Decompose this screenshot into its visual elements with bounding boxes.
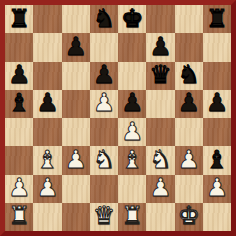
square-g4[interactable]: [175, 118, 203, 146]
square-f7[interactable]: ♟: [146, 33, 174, 61]
square-b2[interactable]: ♟: [33, 175, 61, 203]
square-g6[interactable]: ♞: [175, 62, 203, 90]
square-g5[interactable]: ♟: [175, 90, 203, 118]
square-f6[interactable]: ♛: [146, 62, 174, 90]
piece-white-pawn-c3[interactable]: ♟: [64, 147, 86, 172]
piece-white-pawn-e4[interactable]: ♟: [121, 119, 143, 144]
square-c4[interactable]: [62, 118, 90, 146]
chess-board: ♜♞♚♜♟♟♟♟♛♞♝♟♟♟♟♟♟♝♟♞♝♞♟♝♟♟♟♟♜♛♜♚: [5, 5, 231, 231]
square-h1[interactable]: [203, 203, 231, 231]
square-a4[interactable]: [5, 118, 33, 146]
square-e6[interactable]: [118, 62, 146, 90]
square-h5[interactable]: ♟: [203, 90, 231, 118]
piece-black-pawn-f7[interactable]: ♟: [149, 34, 171, 59]
piece-black-rook-h8[interactable]: ♜: [206, 6, 228, 31]
square-f8[interactable]: [146, 5, 174, 33]
piece-black-knight-d8[interactable]: ♞: [93, 6, 115, 31]
square-g1[interactable]: ♚: [175, 203, 203, 231]
board-frame: ♜♞♚♜♟♟♟♟♛♞♝♟♟♟♟♟♟♝♟♞♝♞♟♝♟♟♟♟♜♛♜♚: [0, 0, 236, 236]
piece-black-pawn-h5[interactable]: ♟: [206, 90, 228, 115]
square-d8[interactable]: ♞: [90, 5, 118, 33]
square-d1[interactable]: ♛: [90, 203, 118, 231]
piece-white-pawn-g3[interactable]: ♟: [177, 147, 199, 172]
piece-black-pawn-c7[interactable]: ♟: [64, 34, 86, 59]
square-c6[interactable]: [62, 62, 90, 90]
square-f5[interactable]: [146, 90, 174, 118]
square-a8[interactable]: ♜: [5, 5, 33, 33]
piece-black-pawn-e5[interactable]: ♟: [121, 90, 143, 115]
square-e1[interactable]: ♜: [118, 203, 146, 231]
square-d3[interactable]: ♞: [90, 146, 118, 174]
piece-white-pawn-a2[interactable]: ♟: [8, 175, 30, 200]
square-a3[interactable]: [5, 146, 33, 174]
piece-white-pawn-d5[interactable]: ♟: [93, 90, 115, 115]
square-c3[interactable]: ♟: [62, 146, 90, 174]
square-g2[interactable]: [175, 175, 203, 203]
square-d6[interactable]: ♟: [90, 62, 118, 90]
piece-black-knight-g6[interactable]: ♞: [177, 62, 199, 87]
square-f1[interactable]: [146, 203, 174, 231]
square-a2[interactable]: ♟: [5, 175, 33, 203]
square-h6[interactable]: [203, 62, 231, 90]
piece-black-bishop-h3[interactable]: ♝: [206, 147, 228, 172]
piece-white-pawn-h2[interactable]: ♟: [206, 175, 228, 200]
square-a6[interactable]: ♟: [5, 62, 33, 90]
square-g7[interactable]: [175, 33, 203, 61]
square-b1[interactable]: [33, 203, 61, 231]
square-f3[interactable]: ♞: [146, 146, 174, 174]
square-e7[interactable]: [118, 33, 146, 61]
square-h8[interactable]: ♜: [203, 5, 231, 33]
piece-black-bishop-a5[interactable]: ♝: [8, 90, 30, 115]
square-f4[interactable]: [146, 118, 174, 146]
piece-white-pawn-b2[interactable]: ♟: [36, 175, 58, 200]
square-d5[interactable]: ♟: [90, 90, 118, 118]
square-d7[interactable]: [90, 33, 118, 61]
square-b3[interactable]: ♝: [33, 146, 61, 174]
square-b4[interactable]: [33, 118, 61, 146]
piece-black-pawn-a6[interactable]: ♟: [8, 62, 30, 87]
piece-black-rook-a8[interactable]: ♜: [8, 6, 30, 31]
square-e2[interactable]: [118, 175, 146, 203]
square-d4[interactable]: [90, 118, 118, 146]
square-e3[interactable]: ♝: [118, 146, 146, 174]
square-e8[interactable]: ♚: [118, 5, 146, 33]
square-g8[interactable]: [175, 5, 203, 33]
square-c8[interactable]: [62, 5, 90, 33]
piece-black-pawn-b5[interactable]: ♟: [36, 90, 58, 115]
square-c7[interactable]: ♟: [62, 33, 90, 61]
square-a5[interactable]: ♝: [5, 90, 33, 118]
square-f2[interactable]: ♟: [146, 175, 174, 203]
square-b5[interactable]: ♟: [33, 90, 61, 118]
square-h4[interactable]: [203, 118, 231, 146]
square-c2[interactable]: [62, 175, 90, 203]
square-b6[interactable]: [33, 62, 61, 90]
piece-white-knight-f3[interactable]: ♞: [149, 147, 171, 172]
piece-white-bishop-b3[interactable]: ♝: [36, 147, 58, 172]
piece-white-pawn-f2[interactable]: ♟: [149, 175, 171, 200]
square-e5[interactable]: ♟: [118, 90, 146, 118]
square-d2[interactable]: [90, 175, 118, 203]
piece-white-king-g1[interactable]: ♚: [177, 203, 199, 228]
square-a1[interactable]: ♜: [5, 203, 33, 231]
piece-white-queen-d1[interactable]: ♛: [93, 203, 115, 228]
piece-white-rook-a1[interactable]: ♜: [8, 203, 30, 228]
piece-black-pawn-d6[interactable]: ♟: [93, 62, 115, 87]
square-c1[interactable]: [62, 203, 90, 231]
square-c5[interactable]: [62, 90, 90, 118]
piece-black-queen-f6[interactable]: ♛: [149, 62, 171, 87]
piece-white-knight-d3[interactable]: ♞: [93, 147, 115, 172]
piece-black-king-e8[interactable]: ♚: [121, 6, 143, 31]
square-h3[interactable]: ♝: [203, 146, 231, 174]
piece-white-bishop-e3[interactable]: ♝: [121, 147, 143, 172]
square-b7[interactable]: [33, 33, 61, 61]
square-g3[interactable]: ♟: [175, 146, 203, 174]
square-a7[interactable]: [5, 33, 33, 61]
square-h2[interactable]: ♟: [203, 175, 231, 203]
piece-white-rook-e1[interactable]: ♜: [121, 203, 143, 228]
piece-black-pawn-g5[interactable]: ♟: [177, 90, 199, 115]
square-b8[interactable]: [33, 5, 61, 33]
square-e4[interactable]: ♟: [118, 118, 146, 146]
square-h7[interactable]: [203, 33, 231, 61]
